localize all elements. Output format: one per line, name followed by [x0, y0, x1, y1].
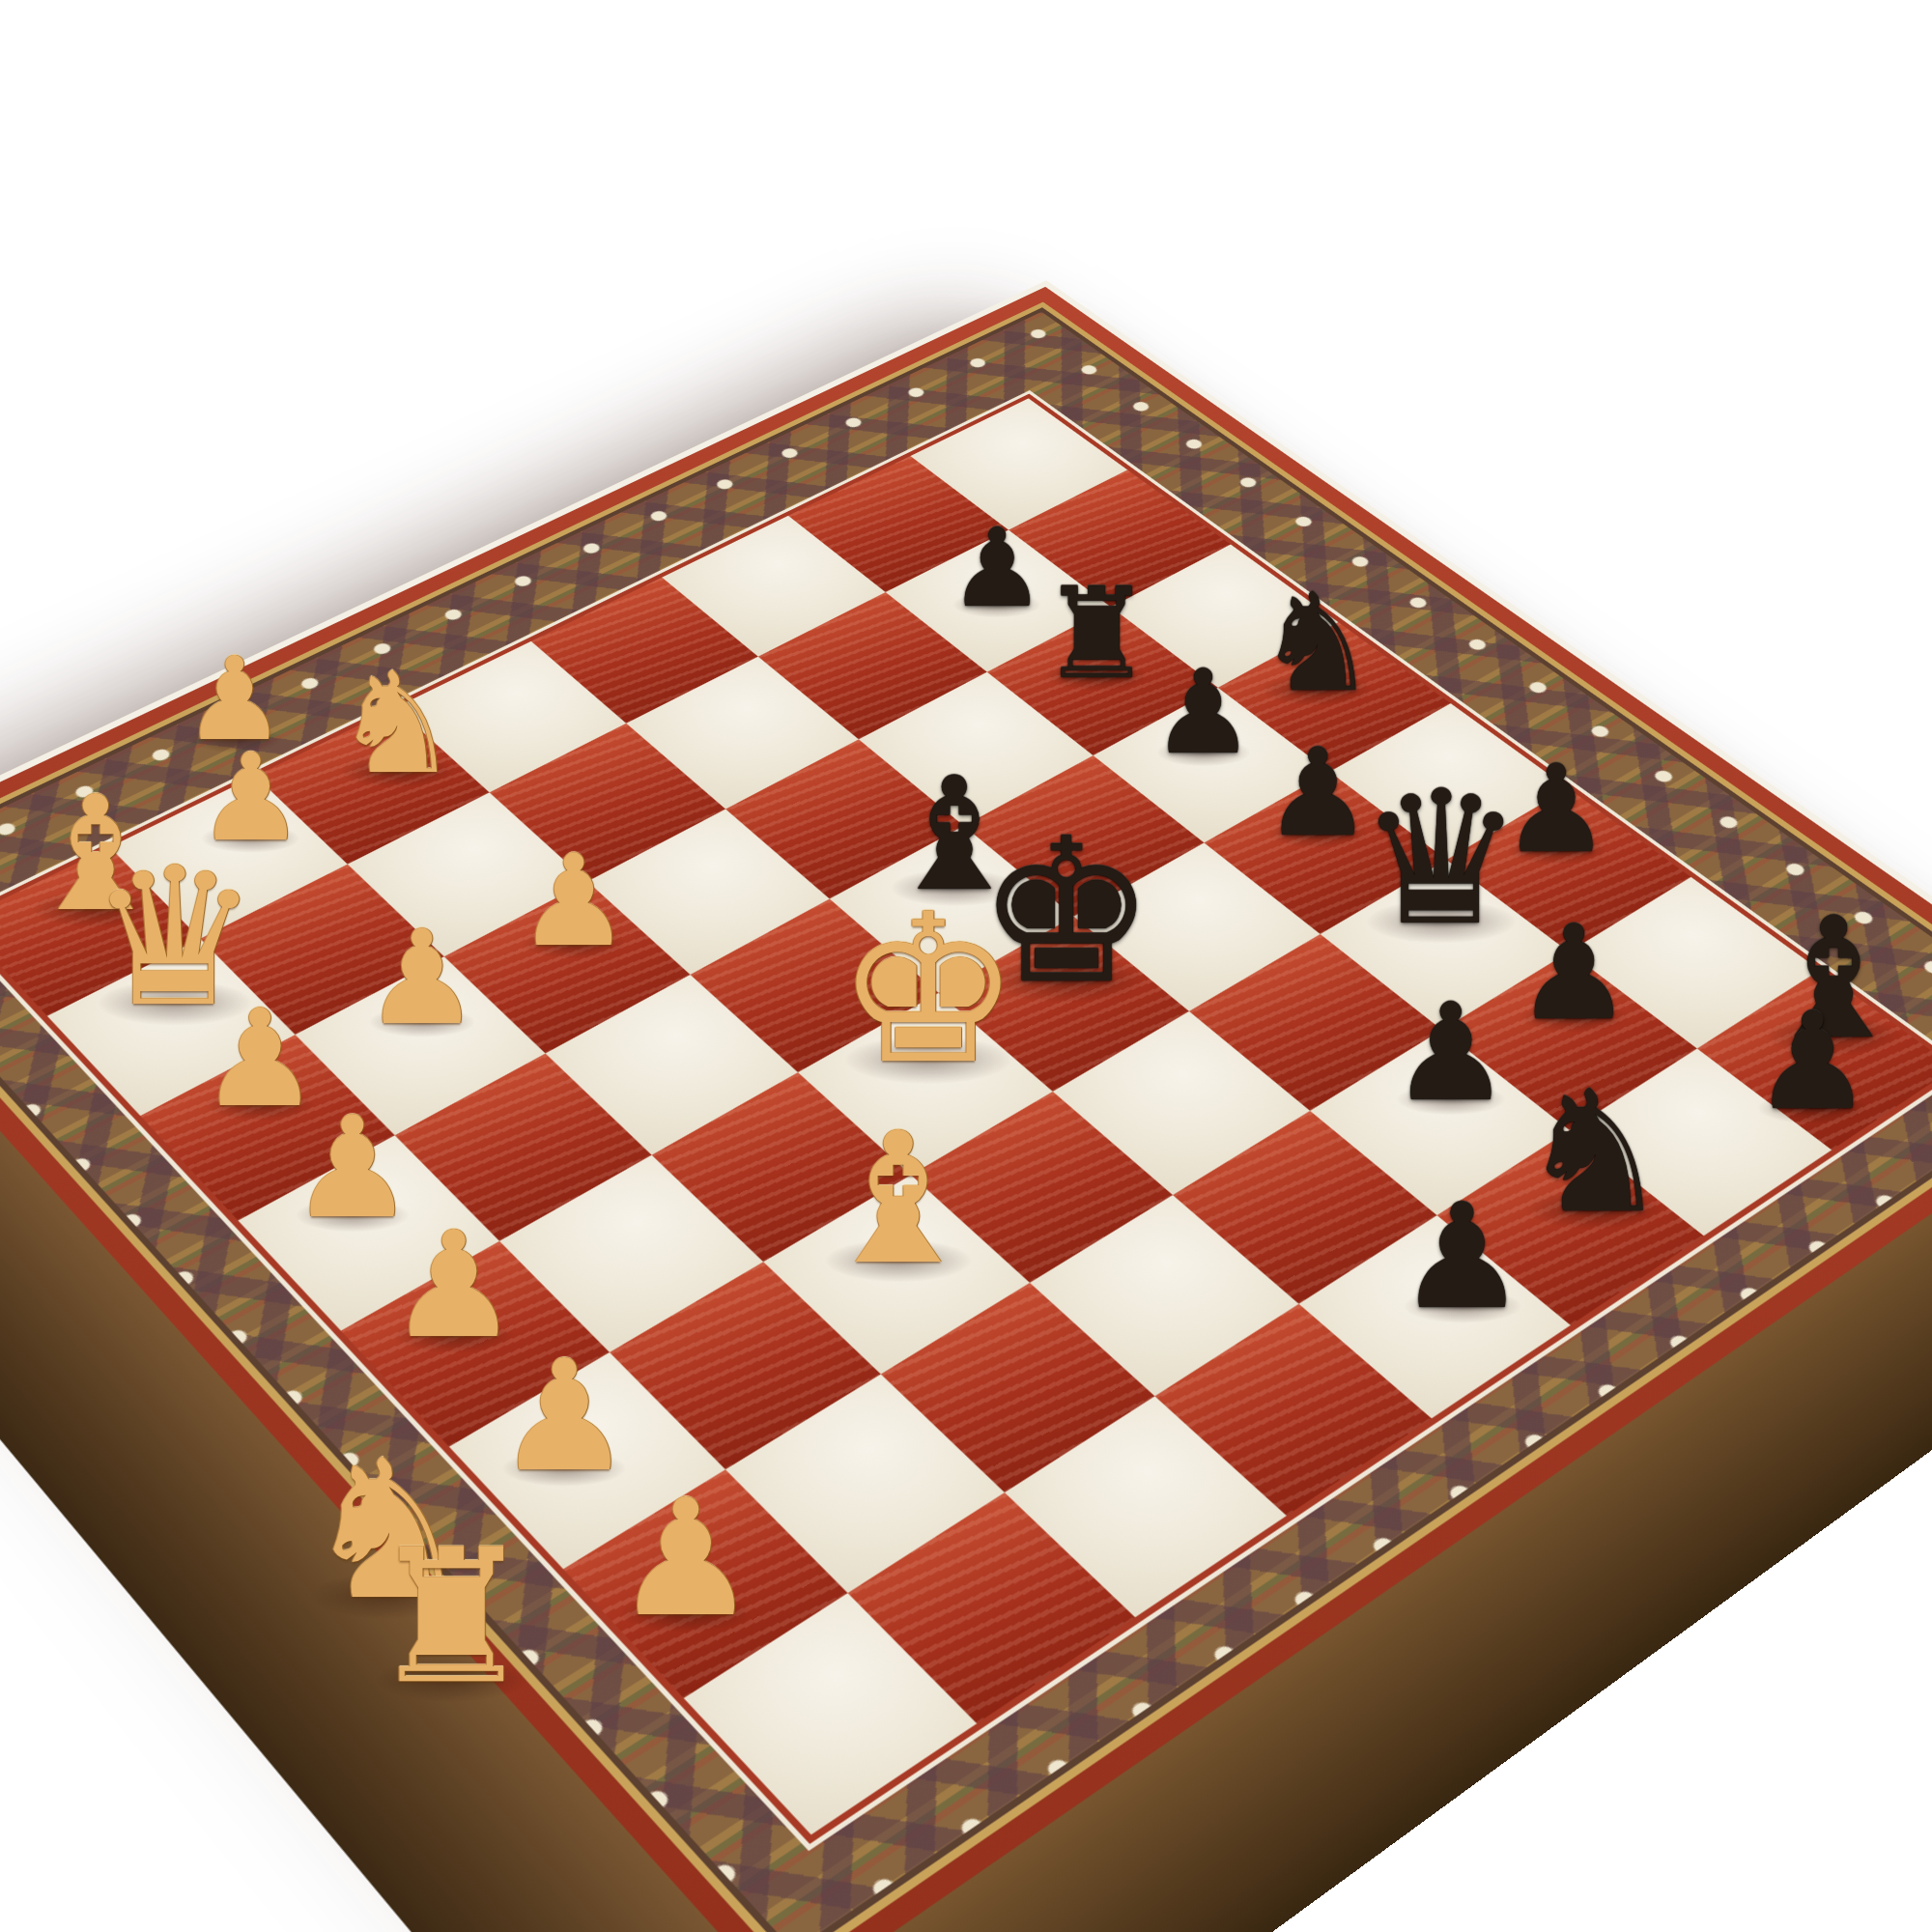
photo-canvas: ♝♟♞♛♟♟♟♟♟♟♟♚♝♟♜♟♞♟♝♚♛♟♟♟♟♞♝♟♞♜♝♟♜ — [0, 0, 1932, 1932]
chess-board — [0, 287, 1932, 1932]
scene — [0, 0, 1932, 1932]
